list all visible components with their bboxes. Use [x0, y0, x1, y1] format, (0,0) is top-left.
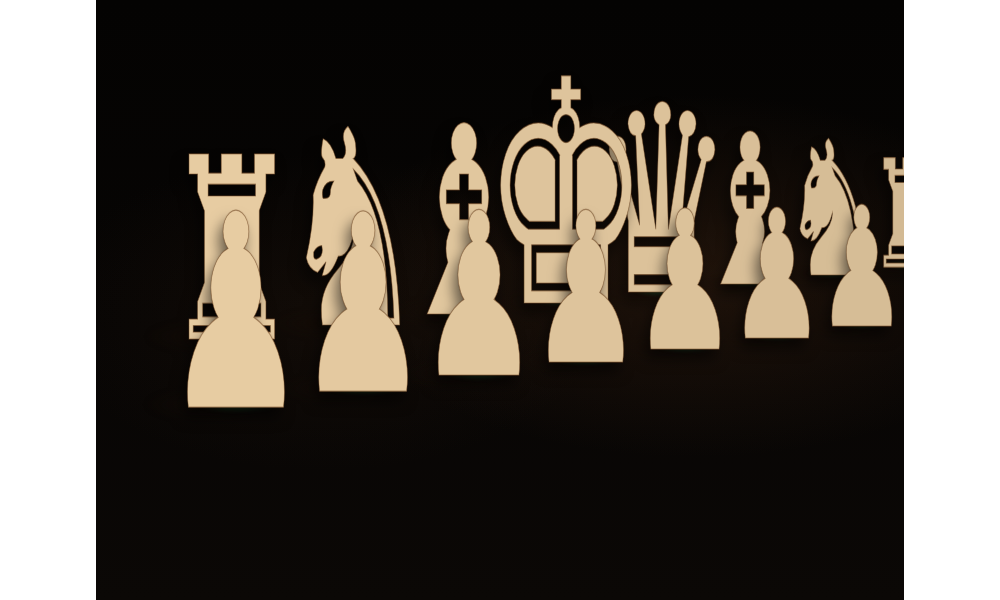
- pieces-layer: ♟♟♟♟♟♟♟♟♜♞♝♛♚♝♞♜: [96, 0, 904, 600]
- piece-white-pawn-f2[interactable]: ♟: [418, 184, 540, 411]
- piece-white-pawn-g2[interactable]: ♟: [297, 183, 430, 430]
- piece-white-pawn-d2[interactable]: ♟: [633, 186, 737, 379]
- piece-white-pawn-e2[interactable]: ♟: [530, 185, 642, 394]
- chessboard-photo: ♟♟♟♟♟♟♟♟♜♞♝♛♚♝♞♜: [96, 0, 904, 600]
- piece-white-pawn-c2[interactable]: ♟: [728, 186, 824, 365]
- piece-white-pawn-h2[interactable]: ♟: [164, 180, 309, 450]
- piece-white-pawn-b2[interactable]: ♟: [817, 185, 904, 352]
- photo-frame: ♟♟♟♟♟♟♟♟♜♞♝♛♚♝♞♜: [0, 0, 1000, 600]
